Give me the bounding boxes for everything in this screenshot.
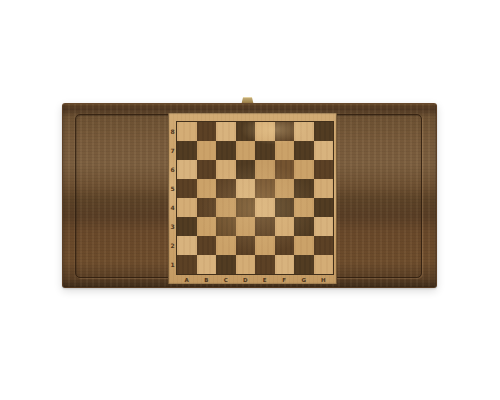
square-b4[interactable] — [197, 198, 217, 217]
file-label-b: B — [196, 276, 216, 284]
square-a4[interactable] — [177, 198, 197, 217]
square-a3[interactable] — [177, 217, 197, 236]
square-c2[interactable] — [216, 236, 236, 255]
square-b7[interactable] — [197, 141, 217, 160]
square-e4[interactable] — [255, 198, 275, 217]
file-label-h: H — [313, 276, 333, 284]
square-d8[interactable] — [236, 122, 256, 141]
square-g4[interactable] — [294, 198, 314, 217]
square-h5[interactable] — [314, 179, 334, 198]
board-panel: 87654321 ABCDEFGH — [168, 113, 337, 284]
square-c5[interactable] — [216, 179, 236, 198]
square-c4[interactable] — [216, 198, 236, 217]
square-f2[interactable] — [275, 236, 295, 255]
square-h3[interactable] — [314, 217, 334, 236]
square-d3[interactable] — [236, 217, 256, 236]
square-b5[interactable] — [197, 179, 217, 198]
square-d6[interactable] — [236, 160, 256, 179]
square-a6[interactable] — [177, 160, 197, 179]
file-label-a: A — [177, 276, 197, 284]
square-g1[interactable] — [294, 255, 314, 274]
rank-label-3: 3 — [169, 217, 176, 236]
square-g7[interactable] — [294, 141, 314, 160]
square-e5[interactable] — [255, 179, 275, 198]
square-h4[interactable] — [314, 198, 334, 217]
square-d1[interactable] — [236, 255, 256, 274]
rank-label-7: 7 — [169, 141, 176, 160]
file-label-g: G — [294, 276, 314, 284]
square-f4[interactable] — [275, 198, 295, 217]
square-e8[interactable] — [255, 122, 275, 141]
file-label-d: D — [235, 276, 255, 284]
square-e7[interactable] — [255, 141, 275, 160]
square-h1[interactable] — [314, 255, 334, 274]
square-e2[interactable] — [255, 236, 275, 255]
square-f5[interactable] — [275, 179, 295, 198]
square-g6[interactable] — [294, 160, 314, 179]
square-a5[interactable] — [177, 179, 197, 198]
square-a2[interactable] — [177, 236, 197, 255]
square-b1[interactable] — [197, 255, 217, 274]
square-h6[interactable] — [314, 160, 334, 179]
square-d5[interactable] — [236, 179, 256, 198]
square-c3[interactable] — [216, 217, 236, 236]
rank-label-6: 6 — [169, 160, 176, 179]
square-b3[interactable] — [197, 217, 217, 236]
game-box-lid: 87654321 ABCDEFGH — [62, 103, 437, 288]
square-b8[interactable] — [197, 122, 217, 141]
square-c7[interactable] — [216, 141, 236, 160]
square-a8[interactable] — [177, 122, 197, 141]
square-g8[interactable] — [294, 122, 314, 141]
square-d7[interactable] — [236, 141, 256, 160]
square-c6[interactable] — [216, 160, 236, 179]
chess-board — [176, 121, 334, 275]
square-a1[interactable] — [177, 255, 197, 274]
square-g2[interactable] — [294, 236, 314, 255]
rank-label-5: 5 — [169, 179, 176, 198]
square-f7[interactable] — [275, 141, 295, 160]
square-h2[interactable] — [314, 236, 334, 255]
square-h8[interactable] — [314, 122, 334, 141]
rank-label-4: 4 — [169, 198, 176, 217]
square-d2[interactable] — [236, 236, 256, 255]
square-f3[interactable] — [275, 217, 295, 236]
square-f8[interactable] — [275, 122, 295, 141]
square-b6[interactable] — [197, 160, 217, 179]
square-g3[interactable] — [294, 217, 314, 236]
square-d4[interactable] — [236, 198, 256, 217]
square-e1[interactable] — [255, 255, 275, 274]
square-e6[interactable] — [255, 160, 275, 179]
square-a7[interactable] — [177, 141, 197, 160]
rank-label-8: 8 — [169, 122, 176, 141]
square-e3[interactable] — [255, 217, 275, 236]
square-f1[interactable] — [275, 255, 295, 274]
rank-label-2: 2 — [169, 236, 176, 255]
square-b2[interactable] — [197, 236, 217, 255]
square-f6[interactable] — [275, 160, 295, 179]
file-label-c: C — [216, 276, 236, 284]
square-c8[interactable] — [216, 122, 236, 141]
square-h7[interactable] — [314, 141, 334, 160]
square-c1[interactable] — [216, 255, 236, 274]
file-label-f: F — [274, 276, 294, 284]
file-label-e: E — [255, 276, 275, 284]
photo-background: 87654321 ABCDEFGH — [0, 0, 500, 400]
square-g5[interactable] — [294, 179, 314, 198]
rank-label-1: 1 — [169, 255, 176, 274]
